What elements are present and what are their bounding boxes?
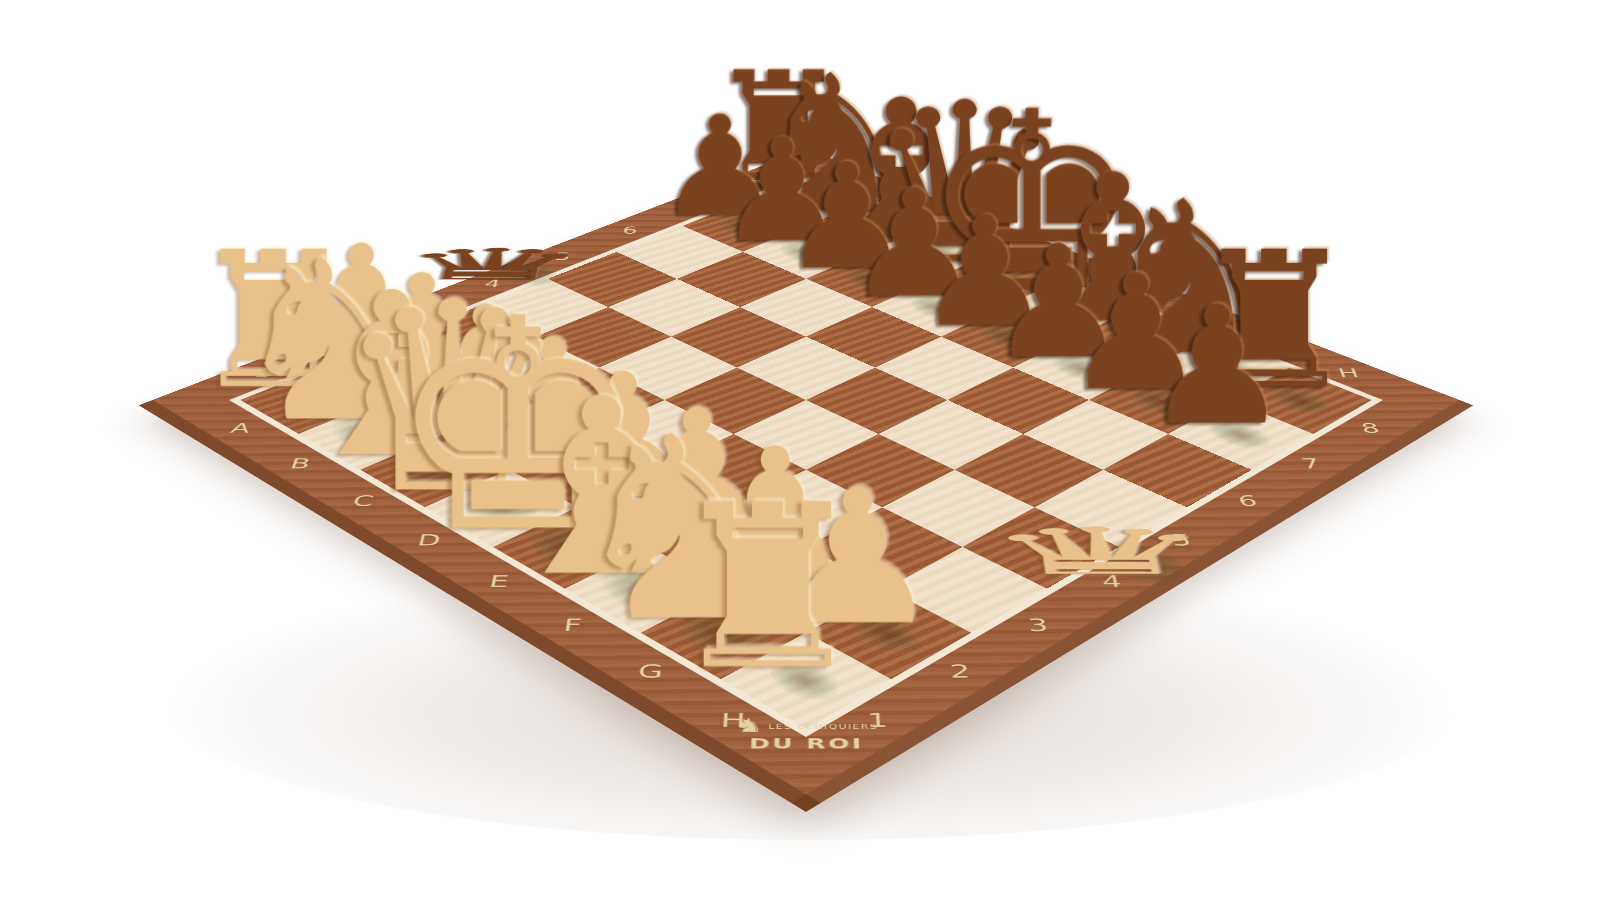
rank-label-left-7: 7 [686,200,703,211]
rank-label-right-4: 4 [1100,572,1124,591]
white-rook-h1[interactable]: ♜ [666,475,869,702]
rank-label-right-5: 5 [1170,531,1194,549]
file-label-far-b: B [908,200,926,211]
rank-label-right-6: 6 [1236,492,1261,509]
file-label-far-c: C [972,225,991,236]
rank-label-left-6: 6 [622,225,640,236]
rank-label-right-3: 3 [1027,615,1051,635]
file-label-far-a: A [847,176,864,186]
rank-label-right-2: 2 [949,661,973,682]
logo-line1: LES ECHIQUIERS [768,724,878,731]
rank-label-right-8: 8 [1359,421,1384,436]
black-pawn-h7[interactable]: ♟ [1144,284,1291,447]
file-label-far-d: D [1038,251,1060,263]
file-label-near-g: G [637,661,665,682]
rank-label-left-8: 8 [749,176,765,186]
logo-line2: DU ROI [700,736,913,751]
knight-icon: ♞ [734,715,764,736]
chess-photo-scene: AABBCCDDEEFFGGHH1122334455667788 ♜♞♝♛♚♝♞… [0,0,1612,899]
rank-label-right-7: 7 [1299,456,1324,472]
